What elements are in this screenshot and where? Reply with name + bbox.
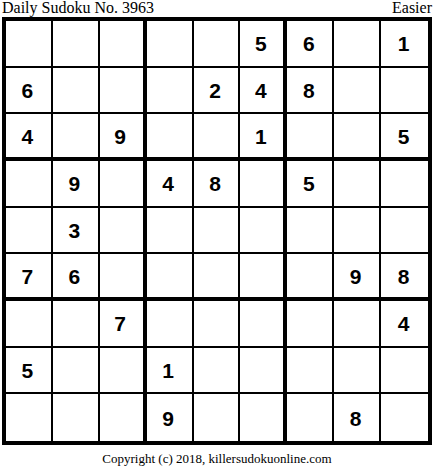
cell-r4c2[interactable]: 9 <box>53 161 100 208</box>
cell-r4c7[interactable]: 5 <box>287 161 334 208</box>
given-digit: 9 <box>350 265 362 289</box>
cell-r7c4[interactable] <box>147 301 194 348</box>
cell-r4c8[interactable] <box>334 161 381 208</box>
cell-r3c1[interactable]: 4 <box>6 114 53 161</box>
given-digit: 4 <box>162 172 174 196</box>
cell-r2c4[interactable] <box>147 68 194 115</box>
given-digit: 5 <box>303 172 315 196</box>
given-digit: 8 <box>350 407 362 431</box>
cell-r4c6[interactable] <box>240 161 287 208</box>
cell-r1c2[interactable] <box>53 21 100 68</box>
given-digit: 1 <box>398 32 410 56</box>
cell-r5c5[interactable] <box>194 208 241 255</box>
given-digit: 6 <box>68 265 80 289</box>
cell-r4c9[interactable] <box>381 161 428 208</box>
cell-r8c2[interactable] <box>53 348 100 395</box>
cell-r4c3[interactable] <box>100 161 147 208</box>
cell-r8c6[interactable] <box>240 348 287 395</box>
given-digit: 9 <box>114 125 126 149</box>
cell-r3c3[interactable]: 9 <box>100 114 147 161</box>
cell-r3c9[interactable]: 5 <box>381 114 428 161</box>
cell-r6c3[interactable] <box>100 254 147 301</box>
cell-r9c1[interactable] <box>6 394 53 441</box>
cell-r1c7[interactable]: 6 <box>287 21 334 68</box>
cell-r8c4[interactable]: 1 <box>147 348 194 395</box>
sudoku-page: Daily Sudoku No. 3963 Easier 56162484915… <box>0 0 434 472</box>
given-digit: 4 <box>22 125 34 149</box>
cell-r6c8[interactable]: 9 <box>334 254 381 301</box>
cell-r8c9[interactable] <box>381 348 428 395</box>
cell-r3c7[interactable] <box>287 114 334 161</box>
given-digit: 8 <box>398 265 410 289</box>
cell-r5c8[interactable] <box>334 208 381 255</box>
given-digit: 5 <box>398 125 410 149</box>
cell-r1c6[interactable]: 5 <box>240 21 287 68</box>
cell-r2c9[interactable] <box>381 68 428 115</box>
cell-r8c5[interactable] <box>194 348 241 395</box>
cell-r2c7[interactable]: 8 <box>287 68 334 115</box>
cell-r9c7[interactable] <box>287 394 334 441</box>
given-digit: 7 <box>22 265 34 289</box>
cell-r5c1[interactable] <box>6 208 53 255</box>
cell-r6c4[interactable] <box>147 254 194 301</box>
cell-r5c2[interactable]: 3 <box>53 208 100 255</box>
cell-r4c4[interactable]: 4 <box>147 161 194 208</box>
cell-r6c2[interactable]: 6 <box>53 254 100 301</box>
cell-r9c6[interactable] <box>240 394 287 441</box>
given-digit: 1 <box>162 359 174 383</box>
cell-r8c3[interactable] <box>100 348 147 395</box>
cell-r7c8[interactable] <box>334 301 381 348</box>
given-digit: 2 <box>209 79 221 103</box>
cell-r7c3[interactable]: 7 <box>100 301 147 348</box>
given-digit: 3 <box>68 219 80 243</box>
cell-r6c5[interactable] <box>194 254 241 301</box>
given-digit: 7 <box>114 312 126 336</box>
given-digit: 8 <box>303 79 315 103</box>
cell-r5c6[interactable] <box>240 208 287 255</box>
cell-r3c2[interactable] <box>53 114 100 161</box>
cell-r4c5[interactable]: 8 <box>194 161 241 208</box>
cell-r3c5[interactable] <box>194 114 241 161</box>
cell-r1c1[interactable] <box>6 21 53 68</box>
given-digit: 5 <box>22 359 34 383</box>
cell-r1c3[interactable] <box>100 21 147 68</box>
cell-r7c1[interactable] <box>6 301 53 348</box>
cell-r2c8[interactable] <box>334 68 381 115</box>
cell-r2c6[interactable]: 4 <box>240 68 287 115</box>
sudoku-grid: 56162484915948537698745198 <box>2 17 432 445</box>
cell-r3c4[interactable] <box>147 114 194 161</box>
given-digit: 6 <box>303 32 315 56</box>
cell-r7c5[interactable] <box>194 301 241 348</box>
given-digit: 4 <box>255 79 267 103</box>
given-digit: 6 <box>22 79 34 103</box>
cell-r9c2[interactable] <box>53 394 100 441</box>
cell-r1c4[interactable] <box>147 21 194 68</box>
given-digit: 4 <box>398 312 410 336</box>
cell-r1c8[interactable] <box>334 21 381 68</box>
cell-r8c8[interactable] <box>334 348 381 395</box>
page-title: Daily Sudoku No. 3963 <box>2 0 154 16</box>
cell-r1c9[interactable]: 1 <box>381 21 428 68</box>
cell-r5c3[interactable] <box>100 208 147 255</box>
given-digit: 9 <box>162 407 174 431</box>
difficulty-label: Easier <box>392 0 432 16</box>
cell-r6c7[interactable] <box>287 254 334 301</box>
given-digit: 1 <box>255 125 267 149</box>
cell-r5c9[interactable] <box>381 208 428 255</box>
cell-r5c4[interactable] <box>147 208 194 255</box>
cell-r7c9[interactable]: 4 <box>381 301 428 348</box>
given-digit: 9 <box>68 172 80 196</box>
cell-r7c7[interactable] <box>287 301 334 348</box>
cell-r6c9[interactable]: 8 <box>381 254 428 301</box>
cell-r5c7[interactable] <box>287 208 334 255</box>
header: Daily Sudoku No. 3963 Easier <box>0 0 434 17</box>
cell-r1c5[interactable] <box>194 21 241 68</box>
cell-r9c3[interactable] <box>100 394 147 441</box>
cell-r8c7[interactable] <box>287 348 334 395</box>
cell-r7c6[interactable] <box>240 301 287 348</box>
cell-r7c2[interactable] <box>53 301 100 348</box>
cell-r9c4[interactable]: 9 <box>147 394 194 441</box>
given-digit: 8 <box>209 172 221 196</box>
cell-r9c9[interactable] <box>381 394 428 441</box>
cell-r3c8[interactable] <box>334 114 381 161</box>
copyright-text: Copyright (c) 2018, killersudokuonline.c… <box>0 450 434 468</box>
cell-r2c1[interactable]: 6 <box>6 68 53 115</box>
given-digit: 5 <box>255 32 267 56</box>
cell-r9c5[interactable] <box>194 394 241 441</box>
cell-r2c3[interactable] <box>100 68 147 115</box>
cell-r6c6[interactable] <box>240 254 287 301</box>
cell-r2c2[interactable] <box>53 68 100 115</box>
cell-r2c5[interactable]: 2 <box>194 68 241 115</box>
cell-r6c1[interactable]: 7 <box>6 254 53 301</box>
cell-r9c8[interactable]: 8 <box>334 394 381 441</box>
cell-r4c1[interactable] <box>6 161 53 208</box>
cell-r3c6[interactable]: 1 <box>240 114 287 161</box>
cell-r8c1[interactable]: 5 <box>6 348 53 395</box>
